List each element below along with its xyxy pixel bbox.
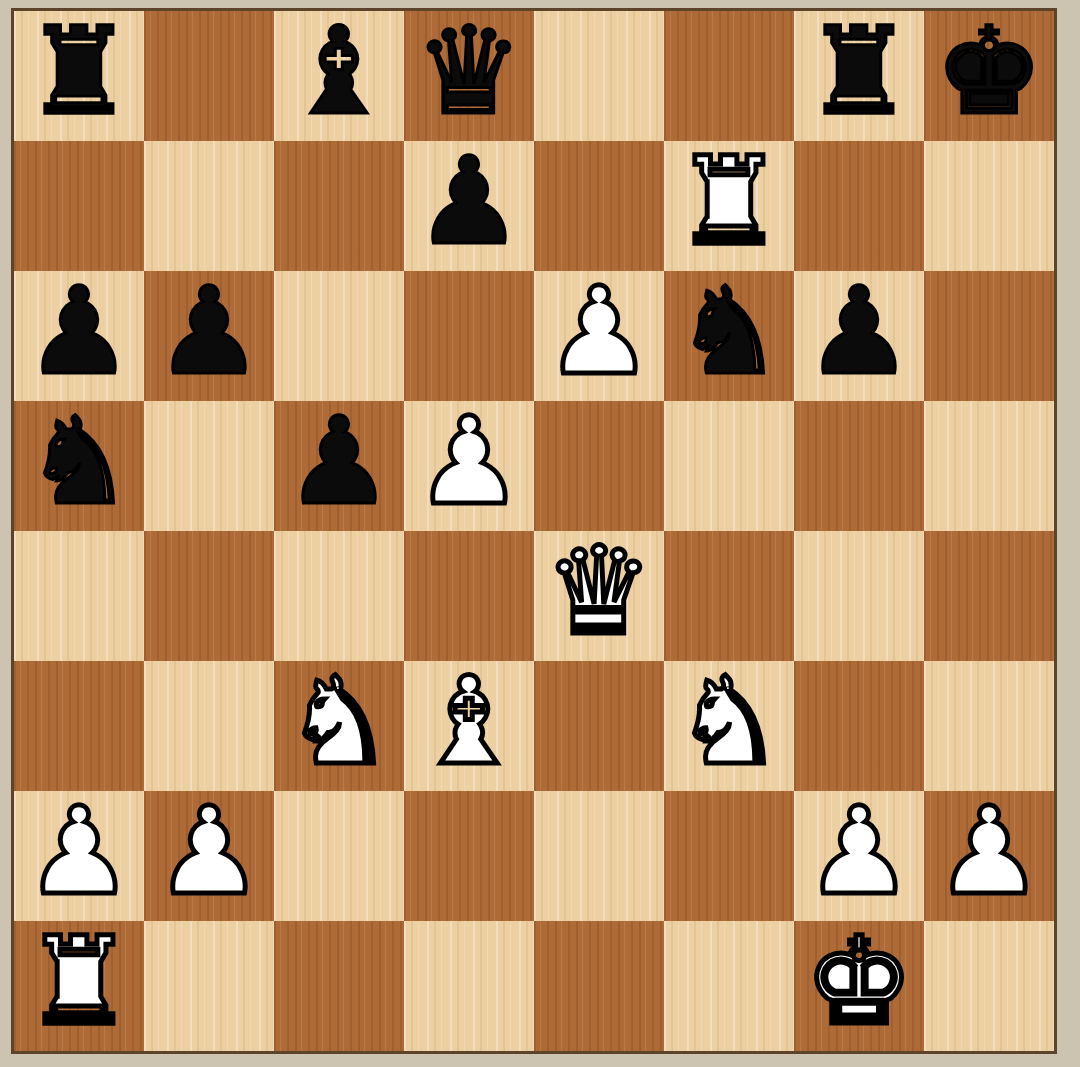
square-g6[interactable]: ♟ bbox=[794, 271, 924, 401]
black-bishop[interactable]: ♝ bbox=[285, 7, 393, 137]
black-rook[interactable]: ♜ bbox=[25, 7, 133, 137]
square-g4[interactable] bbox=[794, 531, 924, 661]
square-a7[interactable] bbox=[14, 141, 144, 271]
square-f8[interactable] bbox=[664, 11, 794, 141]
square-d1[interactable] bbox=[404, 921, 534, 1051]
square-c7[interactable] bbox=[274, 141, 404, 271]
square-f6[interactable]: ♞ bbox=[664, 271, 794, 401]
square-e5[interactable] bbox=[534, 401, 664, 531]
white-pawn[interactable]: ♟ bbox=[935, 787, 1043, 917]
square-h7[interactable] bbox=[924, 141, 1054, 271]
square-d3[interactable]: ♝ bbox=[404, 661, 534, 791]
square-b4[interactable] bbox=[144, 531, 274, 661]
white-queen[interactable]: ♛ bbox=[545, 527, 653, 657]
black-pawn[interactable]: ♟ bbox=[155, 267, 263, 397]
white-bishop[interactable]: ♝ bbox=[415, 657, 523, 787]
square-d7[interactable]: ♟ bbox=[404, 141, 534, 271]
square-e8[interactable] bbox=[534, 11, 664, 141]
square-c1[interactable] bbox=[274, 921, 404, 1051]
black-pawn[interactable]: ♟ bbox=[415, 137, 523, 267]
square-h1[interactable] bbox=[924, 921, 1054, 1051]
square-h5[interactable] bbox=[924, 401, 1054, 531]
white-rook[interactable]: ♜ bbox=[675, 137, 783, 267]
square-a2[interactable]: ♟ bbox=[14, 791, 144, 921]
square-c4[interactable] bbox=[274, 531, 404, 661]
square-b3[interactable] bbox=[144, 661, 274, 791]
square-b1[interactable] bbox=[144, 921, 274, 1051]
white-knight[interactable]: ♞ bbox=[285, 657, 393, 787]
square-e4[interactable]: ♛ bbox=[534, 531, 664, 661]
square-g5[interactable] bbox=[794, 401, 924, 531]
square-h3[interactable] bbox=[924, 661, 1054, 791]
square-c8[interactable]: ♝ bbox=[274, 11, 404, 141]
black-knight[interactable]: ♞ bbox=[675, 267, 783, 397]
square-a6[interactable]: ♟ bbox=[14, 271, 144, 401]
square-g3[interactable] bbox=[794, 661, 924, 791]
black-king[interactable]: ♚ bbox=[935, 7, 1043, 137]
square-b6[interactable]: ♟ bbox=[144, 271, 274, 401]
square-h2[interactable]: ♟ bbox=[924, 791, 1054, 921]
white-pawn[interactable]: ♟ bbox=[415, 397, 523, 527]
square-e3[interactable] bbox=[534, 661, 664, 791]
black-pawn[interactable]: ♟ bbox=[285, 397, 393, 527]
square-h8[interactable]: ♚ bbox=[924, 11, 1054, 141]
square-c6[interactable] bbox=[274, 271, 404, 401]
board-frame: ♜♝♛♜♚♟♜♟♟♟♞♟♞♟♟♛♞♝♞♟♟♟♟♜♚ bbox=[0, 0, 1080, 1067]
square-d2[interactable] bbox=[404, 791, 534, 921]
chess-board: ♜♝♛♜♚♟♜♟♟♟♞♟♞♟♟♛♞♝♞♟♟♟♟♜♚ bbox=[11, 8, 1057, 1054]
square-f4[interactable] bbox=[664, 531, 794, 661]
square-e2[interactable] bbox=[534, 791, 664, 921]
square-a4[interactable] bbox=[14, 531, 144, 661]
square-a8[interactable]: ♜ bbox=[14, 11, 144, 141]
square-d8[interactable]: ♛ bbox=[404, 11, 534, 141]
white-pawn[interactable]: ♟ bbox=[155, 787, 263, 917]
square-g2[interactable]: ♟ bbox=[794, 791, 924, 921]
white-rook[interactable]: ♜ bbox=[25, 917, 133, 1047]
square-e6[interactable]: ♟ bbox=[534, 271, 664, 401]
square-g1[interactable]: ♚ bbox=[794, 921, 924, 1051]
white-pawn[interactable]: ♟ bbox=[545, 267, 653, 397]
square-b8[interactable] bbox=[144, 11, 274, 141]
square-e7[interactable] bbox=[534, 141, 664, 271]
square-a3[interactable] bbox=[14, 661, 144, 791]
square-f1[interactable] bbox=[664, 921, 794, 1051]
black-pawn[interactable]: ♟ bbox=[805, 267, 913, 397]
white-king[interactable]: ♚ bbox=[805, 917, 913, 1047]
white-knight[interactable]: ♞ bbox=[675, 657, 783, 787]
black-pawn[interactable]: ♟ bbox=[25, 267, 133, 397]
white-pawn[interactable]: ♟ bbox=[25, 787, 133, 917]
black-rook[interactable]: ♜ bbox=[805, 7, 913, 137]
black-knight[interactable]: ♞ bbox=[25, 397, 133, 527]
square-g7[interactable] bbox=[794, 141, 924, 271]
square-c3[interactable]: ♞ bbox=[274, 661, 404, 791]
square-h4[interactable] bbox=[924, 531, 1054, 661]
square-b2[interactable]: ♟ bbox=[144, 791, 274, 921]
square-a1[interactable]: ♜ bbox=[14, 921, 144, 1051]
square-h6[interactable] bbox=[924, 271, 1054, 401]
square-d4[interactable] bbox=[404, 531, 534, 661]
square-d5[interactable]: ♟ bbox=[404, 401, 534, 531]
square-a5[interactable]: ♞ bbox=[14, 401, 144, 531]
square-g8[interactable]: ♜ bbox=[794, 11, 924, 141]
square-f3[interactable]: ♞ bbox=[664, 661, 794, 791]
square-f7[interactable]: ♜ bbox=[664, 141, 794, 271]
white-pawn[interactable]: ♟ bbox=[805, 787, 913, 917]
black-queen[interactable]: ♛ bbox=[415, 7, 523, 137]
square-f5[interactable] bbox=[664, 401, 794, 531]
square-e1[interactable] bbox=[534, 921, 664, 1051]
square-b7[interactable] bbox=[144, 141, 274, 271]
square-c2[interactable] bbox=[274, 791, 404, 921]
square-b5[interactable] bbox=[144, 401, 274, 531]
square-f2[interactable] bbox=[664, 791, 794, 921]
square-d6[interactable] bbox=[404, 271, 534, 401]
square-c5[interactable]: ♟ bbox=[274, 401, 404, 531]
